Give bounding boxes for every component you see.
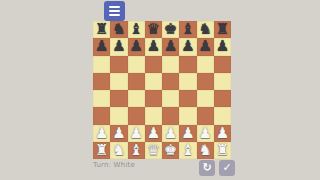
white-rook: ♜	[95, 141, 108, 158]
square-c5[interactable]	[128, 73, 145, 90]
black-pawn: ♟	[95, 38, 108, 55]
white-queen: ♛	[147, 141, 160, 158]
square-e1[interactable]: ♚	[162, 142, 179, 159]
square-c4[interactable]	[128, 90, 145, 107]
square-f3[interactable]	[179, 107, 196, 124]
square-b1[interactable]: ♞	[110, 142, 127, 159]
black-rook: ♜	[216, 21, 229, 38]
square-h4[interactable]	[214, 90, 231, 107]
menu-button[interactable]	[104, 1, 125, 21]
black-king: ♚	[164, 21, 177, 38]
square-f6[interactable]	[179, 56, 196, 73]
white-bishop: ♝	[129, 141, 142, 158]
white-king: ♚	[164, 141, 177, 158]
square-g4[interactable]	[197, 90, 214, 107]
black-rook: ♜	[95, 21, 108, 38]
square-h2[interactable]: ♟	[214, 125, 231, 142]
chess-board[interactable]: ♜♞♝♛♚♝♞♜♟♟♟♟♟♟♟♟♟♟♟♟♟♟♟♟♜♞♝♛♚♝♞♜	[93, 21, 231, 159]
square-b6[interactable]	[110, 56, 127, 73]
square-b5[interactable]	[110, 73, 127, 90]
square-g2[interactable]: ♟	[197, 125, 214, 142]
black-pawn: ♟	[198, 38, 211, 55]
square-c3[interactable]	[128, 107, 145, 124]
white-pawn: ♟	[112, 124, 125, 141]
square-e4[interactable]	[162, 90, 179, 107]
square-b2[interactable]: ♟	[110, 125, 127, 142]
white-rook: ♜	[216, 141, 229, 158]
white-pawn: ♟	[95, 124, 108, 141]
square-g3[interactable]	[197, 107, 214, 124]
white-knight: ♞	[112, 141, 125, 158]
square-g7[interactable]: ♟	[197, 38, 214, 55]
black-bishop: ♝	[129, 21, 142, 38]
black-pawn: ♟	[112, 38, 125, 55]
square-f5[interactable]	[179, 73, 196, 90]
square-d6[interactable]	[145, 56, 162, 73]
square-d5[interactable]	[145, 73, 162, 90]
black-pawn: ♟	[181, 38, 194, 55]
hamburger-icon	[109, 6, 120, 8]
white-pawn: ♟	[181, 124, 194, 141]
square-a6[interactable]	[93, 56, 110, 73]
square-d1[interactable]: ♛	[145, 142, 162, 159]
square-b7[interactable]: ♟	[110, 38, 127, 55]
square-d7[interactable]: ♟	[145, 38, 162, 55]
square-e6[interactable]	[162, 56, 179, 73]
square-g5[interactable]	[197, 73, 214, 90]
white-pawn: ♟	[147, 124, 160, 141]
square-e7[interactable]: ♟	[162, 38, 179, 55]
square-b4[interactable]	[110, 90, 127, 107]
white-bishop: ♝	[181, 141, 194, 158]
square-a8[interactable]: ♜	[93, 21, 110, 38]
square-a1[interactable]: ♜	[93, 142, 110, 159]
square-f2[interactable]: ♟	[179, 125, 196, 142]
square-f1[interactable]: ♝	[179, 142, 196, 159]
square-h8[interactable]: ♜	[214, 21, 231, 38]
square-e3[interactable]	[162, 107, 179, 124]
square-c6[interactable]	[128, 56, 145, 73]
black-bishop: ♝	[181, 21, 194, 38]
black-knight: ♞	[112, 21, 125, 38]
square-e8[interactable]: ♚	[162, 21, 179, 38]
square-e5[interactable]	[162, 73, 179, 90]
white-pawn: ♟	[198, 124, 211, 141]
black-pawn: ♟	[216, 38, 229, 55]
square-c2[interactable]: ♟	[128, 125, 145, 142]
square-c8[interactable]: ♝	[128, 21, 145, 38]
square-a2[interactable]: ♟	[93, 125, 110, 142]
chess-app: ♜♞♝♛♚♝♞♜♟♟♟♟♟♟♟♟♟♟♟♟♟♟♟♟♜♞♝♛♚♝♞♜ Turn: W…	[0, 0, 320, 180]
square-a4[interactable]	[93, 90, 110, 107]
square-h3[interactable]	[214, 107, 231, 124]
square-d4[interactable]	[145, 90, 162, 107]
white-pawn: ♟	[129, 124, 142, 141]
square-a3[interactable]	[93, 107, 110, 124]
square-a5[interactable]	[93, 73, 110, 90]
black-knight: ♞	[198, 21, 211, 38]
square-f7[interactable]: ♟	[179, 38, 196, 55]
square-g6[interactable]	[197, 56, 214, 73]
square-h5[interactable]	[214, 73, 231, 90]
square-d8[interactable]: ♛	[145, 21, 162, 38]
turn-status: Turn: White	[93, 161, 135, 169]
square-c7[interactable]: ♟	[128, 38, 145, 55]
square-h7[interactable]: ♟	[214, 38, 231, 55]
black-queen: ♛	[147, 21, 160, 38]
black-pawn: ♟	[164, 38, 177, 55]
restart-button[interactable]: ↻	[199, 160, 215, 176]
confirm-icon: ✓	[222, 160, 231, 176]
square-b8[interactable]: ♞	[110, 21, 127, 38]
square-h6[interactable]	[214, 56, 231, 73]
square-d2[interactable]: ♟	[145, 125, 162, 142]
confirm-button[interactable]: ✓	[219, 160, 235, 176]
square-a7[interactable]: ♟	[93, 38, 110, 55]
restart-icon: ↻	[202, 160, 211, 176]
black-pawn: ♟	[147, 38, 160, 55]
square-e2[interactable]: ♟	[162, 125, 179, 142]
square-g8[interactable]: ♞	[197, 21, 214, 38]
white-knight: ♞	[198, 141, 211, 158]
square-f8[interactable]: ♝	[179, 21, 196, 38]
square-c1[interactable]: ♝	[128, 142, 145, 159]
square-d3[interactable]	[145, 107, 162, 124]
square-g1[interactable]: ♞	[197, 142, 214, 159]
white-pawn: ♟	[216, 124, 229, 141]
square-f4[interactable]	[179, 90, 196, 107]
white-pawn: ♟	[164, 124, 177, 141]
black-pawn: ♟	[129, 38, 142, 55]
square-b3[interactable]	[110, 107, 127, 124]
square-h1[interactable]: ♜	[214, 142, 231, 159]
